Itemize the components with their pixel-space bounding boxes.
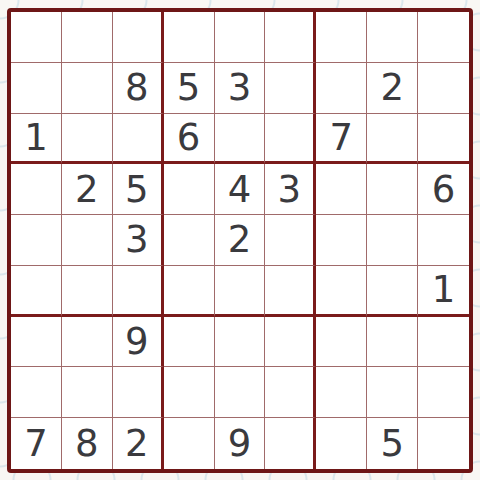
- cell-r5c7[interactable]: [316, 215, 367, 266]
- cell-r6c1[interactable]: [11, 266, 62, 317]
- cell-r3c3[interactable]: [113, 114, 164, 165]
- cell-r6c9[interactable]: 1: [418, 266, 469, 317]
- cell-r1c7[interactable]: [316, 12, 367, 63]
- cell-r6c6[interactable]: [265, 266, 316, 317]
- cell-r1c8[interactable]: [367, 12, 418, 63]
- cell-r5c1[interactable]: [11, 215, 62, 266]
- cell-r2c5[interactable]: 3: [215, 63, 266, 114]
- cell-r7c9[interactable]: [418, 317, 469, 368]
- cell-r8c4[interactable]: [164, 367, 215, 418]
- cell-r2c7[interactable]: [316, 63, 367, 114]
- cell-r7c8[interactable]: [367, 317, 418, 368]
- cell-r3c6[interactable]: [265, 114, 316, 165]
- cell-r7c4[interactable]: [164, 317, 215, 368]
- cell-r9c1[interactable]: 7: [11, 418, 62, 469]
- cell-r7c1[interactable]: [11, 317, 62, 368]
- cell-r6c7[interactable]: [316, 266, 367, 317]
- cell-r9c6[interactable]: [265, 418, 316, 469]
- cell-r8c3[interactable]: [113, 367, 164, 418]
- cell-r7c7[interactable]: [316, 317, 367, 368]
- cell-r1c4[interactable]: [164, 12, 215, 63]
- cell-r4c3[interactable]: 5: [113, 164, 164, 215]
- cell-r6c3[interactable]: [113, 266, 164, 317]
- cell-r2c9[interactable]: [418, 63, 469, 114]
- sudoku-board: 853216725436321978295: [7, 8, 473, 473]
- cell-r5c3[interactable]: 3: [113, 215, 164, 266]
- cell-r2c2[interactable]: [62, 63, 113, 114]
- cell-r4c8[interactable]: [367, 164, 418, 215]
- cell-r8c8[interactable]: [367, 367, 418, 418]
- cell-r3c4[interactable]: 6: [164, 114, 215, 165]
- cell-r5c4[interactable]: [164, 215, 215, 266]
- cell-r4c1[interactable]: [11, 164, 62, 215]
- cell-r4c9[interactable]: 6: [418, 164, 469, 215]
- cell-r2c6[interactable]: [265, 63, 316, 114]
- cell-r7c6[interactable]: [265, 317, 316, 368]
- sudoku-grid: 853216725436321978295: [11, 12, 469, 469]
- cell-r3c2[interactable]: [62, 114, 113, 165]
- cell-r4c4[interactable]: [164, 164, 215, 215]
- cell-r8c1[interactable]: [11, 367, 62, 418]
- cell-r5c9[interactable]: [418, 215, 469, 266]
- cell-r4c2[interactable]: 2: [62, 164, 113, 215]
- cell-r5c8[interactable]: [367, 215, 418, 266]
- cell-r1c6[interactable]: [265, 12, 316, 63]
- cell-r5c2[interactable]: [62, 215, 113, 266]
- cell-r1c5[interactable]: [215, 12, 266, 63]
- cell-r2c4[interactable]: 5: [164, 63, 215, 114]
- cell-r5c5[interactable]: 2: [215, 215, 266, 266]
- cell-r8c6[interactable]: [265, 367, 316, 418]
- cell-r3c5[interactable]: [215, 114, 266, 165]
- page-background: { "game": "sudoku", "position": ".......…: [0, 0, 480, 480]
- cell-r5c6[interactable]: [265, 215, 316, 266]
- cell-r4c5[interactable]: 4: [215, 164, 266, 215]
- cell-r4c7[interactable]: [316, 164, 367, 215]
- cell-r9c3[interactable]: 2: [113, 418, 164, 469]
- cell-r9c8[interactable]: 5: [367, 418, 418, 469]
- cell-r6c8[interactable]: [367, 266, 418, 317]
- cell-r9c2[interactable]: 8: [62, 418, 113, 469]
- cell-r9c5[interactable]: 9: [215, 418, 266, 469]
- cell-r2c3[interactable]: 8: [113, 63, 164, 114]
- cell-r7c2[interactable]: [62, 317, 113, 368]
- cell-r7c5[interactable]: [215, 317, 266, 368]
- cell-r7c3[interactable]: 9: [113, 317, 164, 368]
- cell-r3c9[interactable]: [418, 114, 469, 165]
- cell-r1c2[interactable]: [62, 12, 113, 63]
- cell-r6c2[interactable]: [62, 266, 113, 317]
- cell-r2c1[interactable]: [11, 63, 62, 114]
- cell-r9c4[interactable]: [164, 418, 215, 469]
- cell-r8c9[interactable]: [418, 367, 469, 418]
- cell-r2c8[interactable]: 2: [367, 63, 418, 114]
- cell-r9c9[interactable]: [418, 418, 469, 469]
- cell-r8c7[interactable]: [316, 367, 367, 418]
- cell-r3c1[interactable]: 1: [11, 114, 62, 165]
- cell-r4c6[interactable]: 3: [265, 164, 316, 215]
- cell-r6c5[interactable]: [215, 266, 266, 317]
- cell-r1c9[interactable]: [418, 12, 469, 63]
- cell-r8c2[interactable]: [62, 367, 113, 418]
- cell-r1c1[interactable]: [11, 12, 62, 63]
- cell-r1c3[interactable]: [113, 12, 164, 63]
- cell-r8c5[interactable]: [215, 367, 266, 418]
- cell-r3c7[interactable]: 7: [316, 114, 367, 165]
- cell-r3c8[interactable]: [367, 114, 418, 165]
- cell-r9c7[interactable]: [316, 418, 367, 469]
- cell-r6c4[interactable]: [164, 266, 215, 317]
